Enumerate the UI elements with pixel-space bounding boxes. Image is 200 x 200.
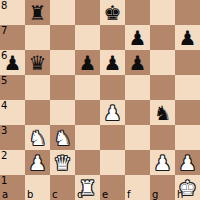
square-b7[interactable]	[25, 25, 50, 50]
piece-black-rook[interactable]: ♜	[25, 0, 50, 25]
square-h5[interactable]	[175, 75, 200, 100]
file-label-f: f	[127, 190, 131, 200]
rank-label-4: 4	[1, 101, 7, 111]
file-label-a: a	[2, 190, 8, 200]
square-c4[interactable]	[50, 100, 75, 125]
file-label-c: c	[52, 190, 58, 200]
square-e3[interactable]	[100, 125, 125, 150]
rank-label-7: 7	[1, 26, 7, 36]
square-g7[interactable]	[150, 25, 175, 50]
square-f1[interactable]: f	[125, 175, 150, 200]
square-e5[interactable]	[100, 75, 125, 100]
square-a5[interactable]: 5	[0, 75, 25, 100]
square-h8[interactable]	[175, 0, 200, 25]
square-c5[interactable]	[50, 75, 75, 100]
piece-black-king[interactable]: ♚	[100, 0, 125, 25]
rank-label-8: 8	[1, 1, 7, 11]
square-b2[interactable]: ♟	[25, 150, 50, 175]
square-e1[interactable]: e	[100, 175, 125, 200]
square-d6[interactable]: ♟	[75, 50, 100, 75]
piece-black-knight[interactable]: ♞	[150, 100, 175, 125]
square-a4[interactable]: 4	[0, 100, 25, 125]
square-a3[interactable]: 3	[0, 125, 25, 150]
piece-white-rook[interactable]: ♜	[75, 175, 100, 200]
file-label-g: g	[152, 190, 158, 200]
piece-white-knight[interactable]: ♞	[25, 125, 50, 150]
square-e2[interactable]	[100, 150, 125, 175]
square-f7[interactable]: ♟	[125, 25, 150, 50]
square-h4[interactable]	[175, 100, 200, 125]
square-d4[interactable]	[75, 100, 100, 125]
square-a6[interactable]: 6♟	[0, 50, 25, 75]
piece-white-pawn[interactable]: ♟	[100, 100, 125, 125]
square-d8[interactable]	[75, 0, 100, 25]
square-e7[interactable]	[100, 25, 125, 50]
square-f6[interactable]: ♟	[125, 50, 150, 75]
square-c6[interactable]	[50, 50, 75, 75]
rank-label-3: 3	[1, 126, 7, 136]
square-c3[interactable]: ♞	[50, 125, 75, 150]
rank-label-1: 1	[1, 176, 7, 186]
square-d3[interactable]	[75, 125, 100, 150]
square-c2[interactable]: ♛	[50, 150, 75, 175]
square-h7[interactable]: ♟	[175, 25, 200, 50]
file-label-e: e	[102, 190, 108, 200]
square-a8[interactable]: 8	[0, 0, 25, 25]
square-g1[interactable]: g	[150, 175, 175, 200]
square-e4[interactable]: ♟	[100, 100, 125, 125]
square-d5[interactable]	[75, 75, 100, 100]
chess-board: 8♜♚7♟♟6♟♛♟♟♟54♟♞3♞♞2♟♛♟♟1abcd♜efgh♚	[0, 0, 200, 200]
square-c7[interactable]	[50, 25, 75, 50]
square-h3[interactable]	[175, 125, 200, 150]
square-g3[interactable]	[150, 125, 175, 150]
square-c1[interactable]: c	[50, 175, 75, 200]
square-c8[interactable]	[50, 0, 75, 25]
square-g6[interactable]	[150, 50, 175, 75]
square-f5[interactable]	[125, 75, 150, 100]
square-f4[interactable]	[125, 100, 150, 125]
square-g4[interactable]: ♞	[150, 100, 175, 125]
piece-white-pawn[interactable]: ♟	[175, 150, 200, 175]
square-b3[interactable]: ♞	[25, 125, 50, 150]
square-f3[interactable]	[125, 125, 150, 150]
square-f2[interactable]	[125, 150, 150, 175]
square-h1[interactable]: h♚	[175, 175, 200, 200]
piece-white-pawn[interactable]: ♟	[25, 150, 50, 175]
square-a1[interactable]: 1a	[0, 175, 25, 200]
square-g8[interactable]	[150, 0, 175, 25]
piece-white-queen[interactable]: ♛	[50, 150, 75, 175]
piece-white-pawn[interactable]: ♟	[150, 150, 175, 175]
piece-black-pawn[interactable]: ♟	[100, 50, 125, 75]
piece-black-pawn[interactable]: ♟	[175, 25, 200, 50]
piece-white-king[interactable]: ♚	[175, 175, 200, 200]
rank-label-2: 2	[1, 151, 7, 161]
square-d1[interactable]: d♜	[75, 175, 100, 200]
square-a2[interactable]: 2	[0, 150, 25, 175]
square-a7[interactable]: 7	[0, 25, 25, 50]
square-e6[interactable]: ♟	[100, 50, 125, 75]
square-f8[interactable]	[125, 0, 150, 25]
square-e8[interactable]: ♚	[100, 0, 125, 25]
square-g5[interactable]	[150, 75, 175, 100]
piece-black-pawn[interactable]: ♟	[0, 50, 25, 75]
piece-black-queen[interactable]: ♛	[25, 50, 50, 75]
square-b1[interactable]: b	[25, 175, 50, 200]
square-b6[interactable]: ♛	[25, 50, 50, 75]
piece-black-pawn[interactable]: ♟	[75, 50, 100, 75]
piece-black-pawn[interactable]: ♟	[125, 25, 150, 50]
square-d7[interactable]	[75, 25, 100, 50]
rank-label-5: 5	[1, 76, 7, 86]
piece-black-pawn[interactable]: ♟	[125, 50, 150, 75]
square-d2[interactable]	[75, 150, 100, 175]
square-h6[interactable]	[175, 50, 200, 75]
square-h2[interactable]: ♟	[175, 150, 200, 175]
square-b8[interactable]: ♜	[25, 0, 50, 25]
square-g2[interactable]: ♟	[150, 150, 175, 175]
file-label-b: b	[27, 190, 33, 200]
piece-white-knight[interactable]: ♞	[50, 125, 75, 150]
square-b5[interactable]	[25, 75, 50, 100]
square-b4[interactable]	[25, 100, 50, 125]
